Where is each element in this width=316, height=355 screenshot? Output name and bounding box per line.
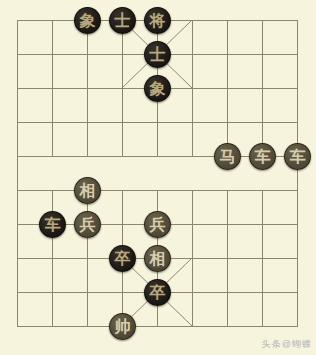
watermark-text: 头条@蝴蝶 xyxy=(262,338,312,351)
piece-black-soldier[interactable]: 卒 xyxy=(144,279,171,306)
xiangqi-diagram: 象士将士象马车车相车兵兵卒相卒帅 头条@蝴蝶 xyxy=(0,0,316,355)
piece-red-elephant[interactable]: 相 xyxy=(144,245,171,272)
piece-black-advisor[interactable]: 士 xyxy=(109,7,136,34)
piece-red-chariot[interactable]: 车 xyxy=(284,143,311,170)
piece-red-soldier[interactable]: 兵 xyxy=(74,211,101,238)
piece-red-soldier[interactable]: 兵 xyxy=(144,211,171,238)
piece-black-advisor[interactable]: 士 xyxy=(144,41,171,68)
piece-black-soldier[interactable]: 卒 xyxy=(109,245,136,272)
piece-black-general[interactable]: 将 xyxy=(144,7,171,34)
piece-red-elephant[interactable]: 相 xyxy=(74,177,101,204)
piece-red-horse[interactable]: 马 xyxy=(214,143,241,170)
piece-red-general[interactable]: 帅 xyxy=(109,313,136,340)
piece-black-elephant[interactable]: 象 xyxy=(144,75,171,102)
pieces-layer: 象士将士象马车车相车兵兵卒相卒帅 xyxy=(17,20,298,327)
piece-red-chariot[interactable]: 车 xyxy=(249,143,276,170)
piece-black-elephant[interactable]: 象 xyxy=(74,7,101,34)
piece-black-chariot[interactable]: 车 xyxy=(39,211,66,238)
